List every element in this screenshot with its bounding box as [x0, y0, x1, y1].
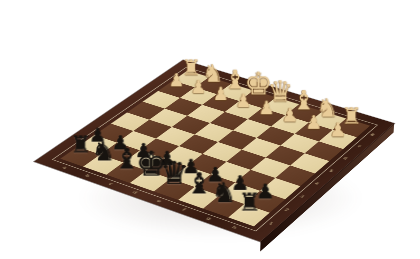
white-pawn[interactable]: ♟ [324, 120, 352, 139]
board-scene: abcdefgh 87654321 ♜♞♝♚♛♝♞♜♟♟♟♟♟♟♟♟♟♟♟♟♟♟… [0, 0, 420, 259]
black-rook[interactable]: ♜ [234, 190, 264, 215]
pieces-layer: ♜♞♝♚♛♝♞♜♟♟♟♟♟♟♟♟♟♟♟♟♟♟♟♟♜♞♝♚♛♝♞♜ [60, 71, 370, 227]
product-photo-stage: abcdefgh 87654321 ♜♞♝♚♛♝♞♜♟♟♟♟♟♟♟♟♟♟♟♟♟♟… [0, 0, 420, 259]
chess-board: abcdefgh 87654321 ♜♞♝♚♛♝♞♜♟♟♟♟♟♟♟♟♟♟♟♟♟♟… [34, 60, 394, 242]
